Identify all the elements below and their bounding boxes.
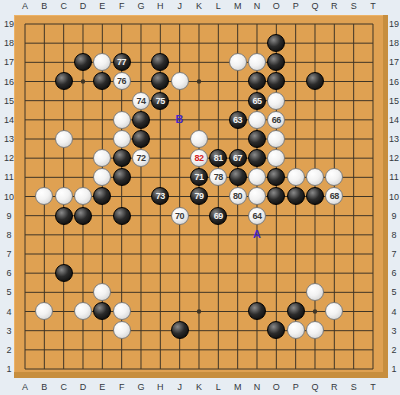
stone-move-70-J9: 70	[171, 207, 189, 225]
stone-N12	[248, 149, 266, 167]
col-label-bottom-L: L	[216, 382, 221, 392]
stone-J16	[171, 72, 189, 90]
stone-move-75-H15: 75	[151, 92, 169, 110]
marker-A-N8: A	[253, 229, 261, 240]
row-label-left-19: 19	[4, 19, 14, 29]
stone-M11	[229, 168, 247, 186]
row-label-left-12: 12	[4, 153, 14, 163]
stone-O12	[267, 149, 285, 167]
stone-H17	[151, 53, 169, 71]
stone-O15	[267, 92, 285, 110]
stone-F3	[113, 321, 131, 339]
col-label-top-E: E	[99, 1, 105, 11]
col-label-top-G: G	[137, 1, 144, 11]
col-label-bottom-C: C	[60, 382, 67, 392]
stone-move-78-L11: 78	[209, 168, 227, 186]
col-label-top-T: T	[370, 1, 376, 11]
stone-P4	[287, 302, 305, 320]
col-label-bottom-N: N	[254, 382, 261, 392]
row-label-right-11: 11	[389, 172, 398, 182]
col-label-top-O: O	[273, 1, 280, 11]
row-label-right-5: 5	[391, 287, 396, 297]
stone-O18	[267, 34, 285, 52]
stone-E11	[93, 168, 111, 186]
stone-O13	[267, 130, 285, 148]
stone-C9	[55, 207, 73, 225]
stone-move-80-M10: 80	[229, 187, 247, 205]
col-label-bottom-R: R	[331, 382, 338, 392]
col-label-bottom-O: O	[273, 382, 280, 392]
col-label-top-F: F	[119, 1, 125, 11]
col-label-bottom-F: F	[119, 382, 125, 392]
marker-B-J14: B	[176, 114, 184, 125]
stone-move-72-G12: 72	[132, 149, 150, 167]
row-label-left-9: 9	[6, 211, 11, 221]
stone-move-79-K10: 79	[190, 187, 208, 205]
row-label-right-15: 15	[389, 96, 399, 106]
stone-Q11	[306, 168, 324, 186]
stone-move-73-H10: 73	[151, 187, 169, 205]
stone-F12	[113, 149, 131, 167]
col-label-top-Q: Q	[311, 1, 318, 11]
stone-F13	[113, 130, 131, 148]
row-label-left-6: 6	[6, 268, 11, 278]
row-label-right-3: 3	[391, 326, 396, 336]
stone-E17	[93, 53, 111, 71]
row-label-right-18: 18	[389, 38, 399, 48]
stone-E5	[93, 283, 111, 301]
col-label-top-K: K	[196, 1, 202, 11]
row-label-right-12: 12	[389, 153, 399, 163]
stone-C6	[55, 264, 73, 282]
row-label-left-14: 14	[4, 115, 14, 125]
col-label-top-R: R	[331, 1, 338, 11]
stone-F14	[113, 111, 131, 129]
stone-N10	[248, 187, 266, 205]
stone-move-68-R10: 68	[325, 187, 343, 205]
row-label-right-1: 1	[391, 364, 396, 374]
stone-N4	[248, 302, 266, 320]
col-label-bottom-Q: Q	[311, 382, 318, 392]
stone-N13	[248, 130, 266, 148]
stone-move-69-L9: 69	[209, 207, 227, 225]
stone-H16	[151, 72, 169, 90]
col-label-bottom-T: T	[370, 382, 376, 392]
stone-P11	[287, 168, 305, 186]
row-label-left-15: 15	[4, 96, 14, 106]
row-label-left-1: 1	[6, 364, 11, 374]
stone-F4	[113, 302, 131, 320]
stone-R11	[325, 168, 343, 186]
stone-move-76-F16: 76	[113, 72, 131, 90]
row-label-right-13: 13	[389, 134, 399, 144]
col-label-bottom-S: S	[351, 382, 357, 392]
col-label-bottom-J: J	[177, 382, 182, 392]
stone-move-66-O14: 66	[267, 111, 285, 129]
col-label-top-A: A	[22, 1, 28, 11]
col-label-top-L: L	[216, 1, 221, 11]
stone-P3	[287, 321, 305, 339]
row-label-left-11: 11	[4, 172, 13, 182]
col-label-top-J: J	[177, 1, 182, 11]
stone-move-74-G15: 74	[132, 92, 150, 110]
row-label-right-17: 17	[389, 57, 399, 67]
row-label-left-4: 4	[6, 307, 11, 317]
stone-G13	[132, 130, 150, 148]
stone-N17	[248, 53, 266, 71]
col-label-bottom-B: B	[41, 382, 47, 392]
stone-move-63-M14: 63	[229, 111, 247, 129]
col-label-top-M: M	[234, 1, 242, 11]
stone-move-67-M12: 67	[229, 149, 247, 167]
row-label-left-17: 17	[4, 57, 14, 67]
stone-G14	[132, 111, 150, 129]
row-label-left-3: 3	[6, 326, 11, 336]
stone-E10	[93, 187, 111, 205]
stone-N16	[248, 72, 266, 90]
stone-N11	[248, 168, 266, 186]
go-board[interactable]: 7776747565636672828167717873798068706964…	[14, 15, 388, 378]
stone-F9	[113, 207, 131, 225]
stone-E4	[93, 302, 111, 320]
col-label-top-S: S	[351, 1, 357, 11]
stone-J3	[171, 321, 189, 339]
stone-K13	[190, 130, 208, 148]
stone-move-82-K12: 82	[190, 149, 208, 167]
col-label-bottom-E: E	[99, 382, 105, 392]
col-label-top-B: B	[41, 1, 47, 11]
row-label-left-16: 16	[4, 77, 14, 87]
stone-Q10	[306, 187, 324, 205]
stone-O10	[267, 187, 285, 205]
stone-D4	[74, 302, 92, 320]
col-label-bottom-H: H	[157, 382, 164, 392]
col-label-top-D: D	[80, 1, 87, 11]
stone-C16	[55, 72, 73, 90]
stone-O17	[267, 53, 285, 71]
stone-M17	[229, 53, 247, 71]
stone-Q5	[306, 283, 324, 301]
row-label-left-10: 10	[4, 192, 14, 202]
row-label-left-18: 18	[4, 38, 14, 48]
stone-D17	[74, 53, 92, 71]
col-label-top-N: N	[254, 1, 261, 11]
col-label-top-H: H	[157, 1, 164, 11]
stone-move-77-F17: 77	[113, 53, 131, 71]
stone-D9	[74, 207, 92, 225]
stone-move-81-L12: 81	[209, 149, 227, 167]
stone-move-64-N9: 64	[248, 207, 266, 225]
row-label-right-6: 6	[391, 268, 396, 278]
col-label-bottom-A: A	[22, 382, 28, 392]
col-label-top-C: C	[60, 1, 67, 11]
stone-P10	[287, 187, 305, 205]
col-label-top-P: P	[293, 1, 299, 11]
row-label-right-10: 10	[389, 192, 399, 202]
row-label-left-13: 13	[4, 134, 14, 144]
row-label-right-7: 7	[391, 249, 396, 259]
row-label-right-8: 8	[391, 230, 396, 240]
stone-B10	[35, 187, 53, 205]
stone-R4	[325, 302, 343, 320]
row-label-right-4: 4	[391, 307, 396, 317]
stone-move-71-K11: 71	[190, 168, 208, 186]
row-label-right-9: 9	[391, 211, 396, 221]
stone-F11	[113, 168, 131, 186]
stone-C10	[55, 187, 73, 205]
row-label-right-16: 16	[389, 77, 399, 87]
row-label-right-14: 14	[389, 115, 399, 125]
stone-Q3	[306, 321, 324, 339]
stone-O3	[267, 321, 285, 339]
stone-O16	[267, 72, 285, 90]
go-game-diagram: ABCDEFGHJKLMNOPQRST ABCDEFGHJKLMNOPQRST …	[0, 0, 400, 395]
stone-E12	[93, 149, 111, 167]
row-label-left-2: 2	[6, 345, 11, 355]
row-label-right-2: 2	[391, 345, 396, 355]
stone-Q16	[306, 72, 324, 90]
row-label-left-5: 5	[6, 287, 11, 297]
stone-O11	[267, 168, 285, 186]
stone-move-65-N15: 65	[248, 92, 266, 110]
col-label-bottom-M: M	[234, 382, 242, 392]
col-label-bottom-G: G	[137, 382, 144, 392]
stone-N14	[248, 111, 266, 129]
stone-D10	[74, 187, 92, 205]
stone-C13	[55, 130, 73, 148]
col-label-bottom-P: P	[293, 382, 299, 392]
col-label-bottom-K: K	[196, 382, 202, 392]
stone-B4	[35, 302, 53, 320]
row-label-right-19: 19	[389, 19, 399, 29]
stone-E16	[93, 72, 111, 90]
row-label-left-8: 8	[6, 230, 11, 240]
col-label-bottom-D: D	[80, 382, 87, 392]
stones-layer: 7776747565636672828167717873798068706964…	[15, 14, 382, 378]
row-label-left-7: 7	[6, 249, 11, 259]
